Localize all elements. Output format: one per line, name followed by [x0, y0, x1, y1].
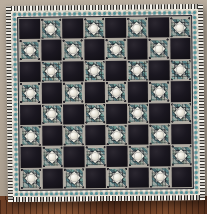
square-r8c1-pearl — [21, 168, 42, 189]
pearl-center — [176, 24, 183, 31]
square-r2c2-black — [41, 40, 62, 61]
square-r8c2-black — [42, 168, 63, 189]
mosaic-ring — [43, 148, 61, 166]
mosaic-ring — [172, 104, 190, 122]
square-r1c1-black — [19, 19, 40, 40]
mosaic-ring — [151, 126, 169, 144]
pearl-center — [70, 89, 77, 96]
mosaic-ring — [171, 19, 189, 37]
mosaic-ring — [128, 19, 146, 37]
mosaic-ring — [172, 147, 190, 165]
square-r4c8-black — [170, 81, 191, 102]
square-r2c8-black — [170, 38, 191, 59]
square-r6c4-black — [85, 125, 106, 146]
pearl-center — [113, 89, 120, 96]
square-r6c8-black — [171, 124, 192, 145]
square-r8c6-black — [128, 167, 149, 188]
square-r7c7-black — [149, 146, 170, 167]
square-r8c5-pearl — [107, 167, 128, 188]
square-r6c1-pearl — [20, 126, 41, 147]
mosaic-ring — [108, 169, 126, 187]
mosaic-ring — [129, 147, 147, 165]
mosaic-ring — [107, 41, 125, 59]
square-r2c5-pearl — [105, 39, 126, 60]
pearl-center — [155, 45, 162, 52]
mosaic-ring — [150, 83, 168, 101]
square-r1c4-pearl — [84, 18, 105, 39]
board-field — [19, 17, 192, 189]
mosaic-ring — [85, 20, 103, 38]
square-r3c5-black — [106, 61, 127, 82]
square-r6c3-pearl — [63, 125, 84, 146]
square-r3c4-pearl — [84, 61, 105, 82]
square-r3c7-black — [149, 60, 170, 81]
square-r4c5-pearl — [106, 82, 127, 103]
mosaic-ring — [86, 148, 104, 166]
square-r2c7-pearl — [148, 39, 169, 60]
square-r5c7-black — [149, 103, 170, 124]
mosaic-ring — [43, 105, 61, 123]
square-r2c1-pearl — [19, 40, 40, 61]
square-r4c4-black — [84, 82, 105, 103]
square-r1c2-pearl — [41, 18, 62, 39]
square-r5c4-pearl — [85, 104, 106, 125]
square-r5c1-black — [20, 104, 41, 125]
square-r5c2-pearl — [42, 104, 63, 125]
square-r7c3-black — [63, 146, 84, 167]
square-r8c4-black — [85, 168, 106, 189]
mosaic-ring — [151, 168, 169, 186]
square-r1c8-pearl — [170, 17, 191, 38]
square-r5c8-pearl — [171, 103, 192, 124]
mosaic-ring — [86, 62, 104, 80]
square-r7c4-pearl — [85, 146, 106, 167]
board-inner-frame — [11, 9, 200, 197]
chess-board — [6, 4, 205, 202]
square-r3c6-pearl — [127, 60, 148, 81]
square-r3c8-pearl — [170, 60, 191, 81]
square-r8c3-pearl — [64, 168, 85, 189]
mosaic-ring — [22, 127, 40, 145]
pearl-center — [156, 88, 163, 95]
square-r8c7-pearl — [150, 167, 171, 188]
pearl-center — [26, 47, 33, 54]
square-r7c8-pearl — [171, 145, 192, 166]
pearl-center — [70, 132, 77, 139]
pearl-center — [113, 131, 120, 138]
mosaic-ring — [22, 170, 40, 188]
mosaic-ring — [65, 127, 83, 145]
mosaic-ring — [42, 20, 60, 38]
square-r5c3-black — [63, 104, 84, 125]
square-r2c6-black — [127, 39, 148, 60]
pearl-center — [156, 131, 163, 138]
mosaic-ring — [107, 83, 125, 101]
photo-scene — [0, 0, 207, 214]
mosaic-ring — [129, 62, 147, 80]
rosette-mosaic-band — [12, 10, 199, 196]
square-r5c5-black — [106, 103, 127, 124]
square-r6c6-black — [128, 124, 149, 145]
square-r4c6-black — [127, 82, 148, 103]
mosaic-ring — [64, 41, 82, 59]
mosaic-ring — [129, 105, 147, 123]
square-r4c7-pearl — [149, 81, 170, 102]
square-r1c3-black — [62, 18, 83, 39]
square-r6c5-pearl — [106, 125, 127, 146]
square-r4c2-black — [41, 83, 62, 104]
mosaic-ring — [86, 105, 104, 123]
pearl-center — [112, 46, 119, 53]
pearl-center — [69, 46, 76, 53]
square-r8c8-black — [171, 167, 192, 188]
pearl-center — [133, 24, 140, 31]
square-r2c3-pearl — [62, 40, 83, 61]
pearl-center — [47, 25, 54, 32]
playing-field-frame — [17, 15, 194, 191]
mosaic-ring — [43, 63, 61, 81]
square-r7c2-pearl — [42, 147, 63, 168]
mosaic-ring — [64, 84, 82, 102]
pearl-center — [27, 90, 34, 97]
square-r6c2-black — [42, 125, 63, 146]
pearl-center — [27, 132, 34, 139]
square-r3c1-black — [20, 61, 41, 82]
square-r7c6-pearl — [128, 146, 149, 167]
mosaic-ring — [21, 84, 39, 102]
square-r2c4-black — [84, 39, 105, 60]
mosaic-ring — [108, 126, 126, 144]
square-r4c3-pearl — [63, 82, 84, 103]
square-r7c5-black — [106, 146, 127, 167]
square-r6c7-pearl — [149, 124, 170, 145]
mosaic-ring — [150, 40, 168, 58]
square-r1c6-pearl — [127, 18, 148, 39]
mosaic-ring — [21, 42, 39, 60]
mosaic-ring — [65, 169, 83, 187]
square-r1c7-black — [148, 17, 169, 38]
square-r4c1-pearl — [20, 83, 41, 104]
pearl-center — [90, 25, 97, 32]
mosaic-ring — [172, 61, 190, 79]
square-r7c1-black — [20, 147, 41, 168]
square-r3c3-black — [63, 61, 84, 82]
square-r3c2-pearl — [41, 61, 62, 82]
square-r5c6-pearl — [128, 103, 149, 124]
square-r1c5-black — [105, 18, 126, 39]
